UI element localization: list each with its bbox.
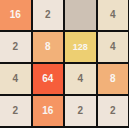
board-2048[interactable]: 16242812844644821622 xyxy=(0,0,128,128)
tile-8: 8 xyxy=(98,64,129,94)
tile-2: 2 xyxy=(65,96,96,126)
tile-2: 2 xyxy=(98,96,129,126)
tile-4: 4 xyxy=(0,64,31,94)
tile-4: 4 xyxy=(98,0,129,30)
tile-4: 4 xyxy=(98,32,129,62)
tile-2: 2 xyxy=(0,32,31,62)
tile-4: 4 xyxy=(65,64,96,94)
tile-64: 64 xyxy=(33,64,64,94)
tile-16: 16 xyxy=(0,0,31,30)
tile-2: 2 xyxy=(0,96,31,126)
tile-16: 16 xyxy=(33,96,64,126)
tile-128: 128 xyxy=(65,32,96,62)
tile-2: 2 xyxy=(33,0,64,30)
tile-8: 8 xyxy=(33,32,64,62)
empty-cell xyxy=(65,0,96,30)
